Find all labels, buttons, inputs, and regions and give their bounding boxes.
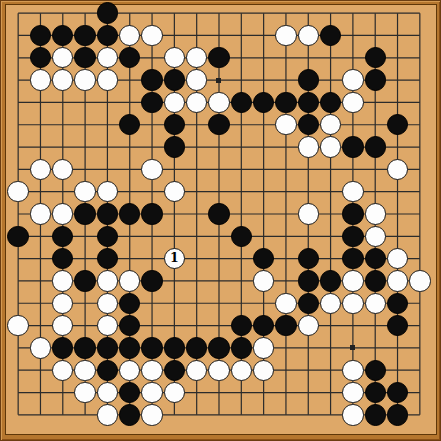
grid-point-19-10[interactable]: [409, 203, 431, 225]
grid-point-16-3[interactable]: [342, 47, 364, 69]
grid-point-7-3[interactable]: [141, 47, 163, 69]
grid-point-16-19[interactable]: [342, 404, 364, 426]
grid-point-8-6[interactable]: [163, 114, 185, 136]
grid-point-2-17[interactable]: [29, 359, 51, 381]
grid-point-5-9[interactable]: [96, 181, 118, 203]
grid-point-7-12[interactable]: [141, 247, 163, 269]
grid-point-7-10[interactable]: [141, 203, 163, 225]
grid-point-10-7[interactable]: [208, 136, 230, 158]
grid-point-13-17[interactable]: [275, 359, 297, 381]
grid-point-17-7[interactable]: [364, 136, 386, 158]
grid-point-11-6[interactable]: [230, 114, 252, 136]
grid-point-3-1[interactable]: [52, 2, 74, 24]
grid-point-2-14[interactable]: [29, 292, 51, 314]
grid-point-13-1[interactable]: [275, 2, 297, 24]
grid-point-4-5[interactable]: [74, 91, 96, 113]
grid-point-12-2[interactable]: [252, 24, 274, 46]
grid-point-19-18[interactable]: [409, 381, 431, 403]
grid-point-9-15[interactable]: [186, 314, 208, 336]
grid-point-17-15[interactable]: [364, 314, 386, 336]
grid-point-3-18[interactable]: [52, 381, 74, 403]
grid-point-9-5[interactable]: [186, 91, 208, 113]
grid-point-19-2[interactable]: [409, 24, 431, 46]
grid-point-9-10[interactable]: [186, 203, 208, 225]
grid-point-12-10[interactable]: [252, 203, 274, 225]
grid-point-8-12[interactable]: 1: [163, 247, 185, 269]
grid-point-11-14[interactable]: [230, 292, 252, 314]
grid-point-1-13[interactable]: [7, 270, 29, 292]
grid-point-19-6[interactable]: [409, 114, 431, 136]
grid-point-10-11[interactable]: [208, 225, 230, 247]
grid-point-6-14[interactable]: [119, 292, 141, 314]
grid-point-3-3[interactable]: [52, 47, 74, 69]
grid-point-14-7[interactable]: [297, 136, 319, 158]
grid-point-11-10[interactable]: [230, 203, 252, 225]
grid-point-3-7[interactable]: [52, 136, 74, 158]
grid-point-11-19[interactable]: [230, 404, 252, 426]
grid-point-19-16[interactable]: [409, 337, 431, 359]
grid-point-7-18[interactable]: [141, 381, 163, 403]
grid-point-9-16[interactable]: [186, 337, 208, 359]
grid-point-3-17[interactable]: [52, 359, 74, 381]
grid-point-6-11[interactable]: [119, 225, 141, 247]
grid-point-2-2[interactable]: [29, 24, 51, 46]
grid-point-4-14[interactable]: [74, 292, 96, 314]
grid-point-1-16[interactable]: [7, 337, 29, 359]
grid-point-15-12[interactable]: [319, 247, 341, 269]
grid-point-3-8[interactable]: [52, 158, 74, 180]
grid-point-8-14[interactable]: [163, 292, 185, 314]
grid-point-14-19[interactable]: [297, 404, 319, 426]
grid-point-6-7[interactable]: [119, 136, 141, 158]
grid-point-3-9[interactable]: [52, 181, 74, 203]
grid-point-13-9[interactable]: [275, 181, 297, 203]
grid-point-4-18[interactable]: [74, 381, 96, 403]
grid-point-5-19[interactable]: [96, 404, 118, 426]
grid-point-6-16[interactable]: [119, 337, 141, 359]
grid-point-3-11[interactable]: [52, 225, 74, 247]
grid-point-11-16[interactable]: [230, 337, 252, 359]
grid-point-15-4[interactable]: [319, 69, 341, 91]
grid-point-3-19[interactable]: [52, 404, 74, 426]
grid-point-12-13[interactable]: [252, 270, 274, 292]
grid-point-11-3[interactable]: [230, 47, 252, 69]
grid-point-11-11[interactable]: [230, 225, 252, 247]
grid-point-15-13[interactable]: [319, 270, 341, 292]
grid-point-15-16[interactable]: [319, 337, 341, 359]
grid-point-11-2[interactable]: [230, 24, 252, 46]
grid-point-5-16[interactable]: [96, 337, 118, 359]
grid-point-5-12[interactable]: [96, 247, 118, 269]
grid-point-16-6[interactable]: [342, 114, 364, 136]
grid-point-7-5[interactable]: [141, 91, 163, 113]
grid-point-10-6[interactable]: [208, 114, 230, 136]
grid-point-14-18[interactable]: [297, 381, 319, 403]
grid-point-10-10[interactable]: [208, 203, 230, 225]
grid-point-7-1[interactable]: [141, 2, 163, 24]
grid-point-15-9[interactable]: [319, 181, 341, 203]
grid-point-15-11[interactable]: [319, 225, 341, 247]
grid-point-13-4[interactable]: [275, 69, 297, 91]
grid-point-3-5[interactable]: [52, 91, 74, 113]
grid-point-8-5[interactable]: [163, 91, 185, 113]
grid-point-2-12[interactable]: [29, 247, 51, 269]
grid-point-19-17[interactable]: [409, 359, 431, 381]
grid-point-8-3[interactable]: [163, 47, 185, 69]
grid-point-12-16[interactable]: [252, 337, 274, 359]
grid-point-1-17[interactable]: [7, 359, 29, 381]
grid-point-1-12[interactable]: [7, 247, 29, 269]
grid-point-7-14[interactable]: [141, 292, 163, 314]
grid-point-1-14[interactable]: [7, 292, 29, 314]
grid-point-13-13[interactable]: [275, 270, 297, 292]
grid-point-18-2[interactable]: [386, 24, 408, 46]
grid-point-13-11[interactable]: [275, 225, 297, 247]
grid-point-11-9[interactable]: [230, 181, 252, 203]
grid-point-13-2[interactable]: [275, 24, 297, 46]
grid-point-16-2[interactable]: [342, 24, 364, 46]
grid-point-9-19[interactable]: [186, 404, 208, 426]
grid-point-12-6[interactable]: [252, 114, 274, 136]
grid-point-17-13[interactable]: [364, 270, 386, 292]
grid-point-15-2[interactable]: [319, 24, 341, 46]
grid-point-1-1[interactable]: [7, 2, 29, 24]
grid-point-18-9[interactable]: [386, 181, 408, 203]
grid-point-17-1[interactable]: [364, 2, 386, 24]
grid-point-4-12[interactable]: [74, 247, 96, 269]
grid-point-7-19[interactable]: [141, 404, 163, 426]
grid-point-16-10[interactable]: [342, 203, 364, 225]
grid-point-17-6[interactable]: [364, 114, 386, 136]
grid-point-4-15[interactable]: [74, 314, 96, 336]
grid-point-8-9[interactable]: [163, 181, 185, 203]
grid-point-5-5[interactable]: [96, 91, 118, 113]
grid-point-12-19[interactable]: [252, 404, 274, 426]
grid-point-6-2[interactable]: [119, 24, 141, 46]
grid-point-16-12[interactable]: [342, 247, 364, 269]
grid-point-9-11[interactable]: [186, 225, 208, 247]
grid-point-6-17[interactable]: [119, 359, 141, 381]
grid-point-19-9[interactable]: [409, 181, 431, 203]
grid-point-5-4[interactable]: [96, 69, 118, 91]
grid-point-13-5[interactable]: [275, 91, 297, 113]
grid-point-4-6[interactable]: [74, 114, 96, 136]
grid-point-7-15[interactable]: [141, 314, 163, 336]
grid-point-11-15[interactable]: [230, 314, 252, 336]
grid-point-18-7[interactable]: [386, 136, 408, 158]
grid-point-12-9[interactable]: [252, 181, 274, 203]
grid-point-14-13[interactable]: [297, 270, 319, 292]
grid-point-14-2[interactable]: [297, 24, 319, 46]
grid-point-12-12[interactable]: [252, 247, 274, 269]
grid-point-14-4[interactable]: [297, 69, 319, 91]
grid-point-7-8[interactable]: [141, 158, 163, 180]
grid-point-8-19[interactable]: [163, 404, 185, 426]
grid-point-6-18[interactable]: [119, 381, 141, 403]
grid-point-12-18[interactable]: [252, 381, 274, 403]
grid-point-10-16[interactable]: [208, 337, 230, 359]
grid-point-4-8[interactable]: [74, 158, 96, 180]
grid-point-9-9[interactable]: [186, 181, 208, 203]
grid-point-14-5[interactable]: [297, 91, 319, 113]
grid-point-16-15[interactable]: [342, 314, 364, 336]
grid-point-11-12[interactable]: [230, 247, 252, 269]
grid-point-7-4[interactable]: [141, 69, 163, 91]
grid-point-15-7[interactable]: [319, 136, 341, 158]
grid-point-3-6[interactable]: [52, 114, 74, 136]
grid-point-17-3[interactable]: [364, 47, 386, 69]
grid-point-8-16[interactable]: [163, 337, 185, 359]
grid-point-15-3[interactable]: [319, 47, 341, 69]
grid-point-7-13[interactable]: [141, 270, 163, 292]
grid-point-19-12[interactable]: [409, 247, 431, 269]
grid-point-5-18[interactable]: [96, 381, 118, 403]
grid-point-18-5[interactable]: [386, 91, 408, 113]
grid-point-6-13[interactable]: [119, 270, 141, 292]
grid-point-6-12[interactable]: [119, 247, 141, 269]
grid-point-14-17[interactable]: [297, 359, 319, 381]
grid-point-15-14[interactable]: [319, 292, 341, 314]
grid-point-13-6[interactable]: [275, 114, 297, 136]
grid-point-9-6[interactable]: [186, 114, 208, 136]
grid-point-14-8[interactable]: [297, 158, 319, 180]
grid-point-18-4[interactable]: [386, 69, 408, 91]
grid-point-19-7[interactable]: [409, 136, 431, 158]
grid-point-7-9[interactable]: [141, 181, 163, 203]
grid-point-8-18[interactable]: [163, 381, 185, 403]
grid-point-16-17[interactable]: [342, 359, 364, 381]
grid-point-18-8[interactable]: [386, 158, 408, 180]
grid-point-1-6[interactable]: [7, 114, 29, 136]
grid-point-10-18[interactable]: [208, 381, 230, 403]
grid-point-16-7[interactable]: [342, 136, 364, 158]
grid-point-11-5[interactable]: [230, 91, 252, 113]
grid-point-19-11[interactable]: [409, 225, 431, 247]
grid-point-12-11[interactable]: [252, 225, 274, 247]
grid-point-12-4[interactable]: [252, 69, 274, 91]
grid-point-15-10[interactable]: [319, 203, 341, 225]
grid-point-9-2[interactable]: [186, 24, 208, 46]
grid-point-17-9[interactable]: [364, 181, 386, 203]
grid-point-14-11[interactable]: [297, 225, 319, 247]
grid-point-12-1[interactable]: [252, 2, 274, 24]
grid-point-12-14[interactable]: [252, 292, 274, 314]
grid-point-10-15[interactable]: [208, 314, 230, 336]
grid-point-4-2[interactable]: [74, 24, 96, 46]
grid-point-19-15[interactable]: [409, 314, 431, 336]
grid-point-18-11[interactable]: [386, 225, 408, 247]
grid-point-10-14[interactable]: [208, 292, 230, 314]
grid-point-4-11[interactable]: [74, 225, 96, 247]
grid-point-3-2[interactable]: [52, 24, 74, 46]
grid-point-19-5[interactable]: [409, 91, 431, 113]
grid-point-2-8[interactable]: [29, 158, 51, 180]
grid-point-9-12[interactable]: [186, 247, 208, 269]
grid-point-14-12[interactable]: [297, 247, 319, 269]
grid-point-19-1[interactable]: [409, 2, 431, 24]
grid-point-17-10[interactable]: [364, 203, 386, 225]
grid-point-5-17[interactable]: [96, 359, 118, 381]
grid-point-10-5[interactable]: [208, 91, 230, 113]
grid-point-18-18[interactable]: [386, 381, 408, 403]
grid-point-7-11[interactable]: [141, 225, 163, 247]
grid-point-4-10[interactable]: [74, 203, 96, 225]
grid-point-18-12[interactable]: [386, 247, 408, 269]
grid-point-10-2[interactable]: [208, 24, 230, 46]
grid-point-5-13[interactable]: [96, 270, 118, 292]
grid-point-2-10[interactable]: [29, 203, 51, 225]
grid-point-4-19[interactable]: [74, 404, 96, 426]
grid-point-3-15[interactable]: [52, 314, 74, 336]
grid-point-15-8[interactable]: [319, 158, 341, 180]
grid-point-5-3[interactable]: [96, 47, 118, 69]
grid-point-5-1[interactable]: [96, 2, 118, 24]
grid-point-10-9[interactable]: [208, 181, 230, 203]
grid-point-4-13[interactable]: [74, 270, 96, 292]
grid-point-11-17[interactable]: [230, 359, 252, 381]
grid-point-4-16[interactable]: [74, 337, 96, 359]
grid-point-1-15[interactable]: [7, 314, 29, 336]
grid-point-1-9[interactable]: [7, 181, 29, 203]
grid-point-2-1[interactable]: [29, 2, 51, 24]
grid-point-2-11[interactable]: [29, 225, 51, 247]
grid-point-16-9[interactable]: [342, 181, 364, 203]
grid-point-11-1[interactable]: [230, 2, 252, 24]
grid-point-15-5[interactable]: [319, 91, 341, 113]
grid-point-19-4[interactable]: [409, 69, 431, 91]
grid-point-9-14[interactable]: [186, 292, 208, 314]
grid-point-14-9[interactable]: [297, 181, 319, 203]
grid-point-3-12[interactable]: [52, 247, 74, 269]
grid-point-18-14[interactable]: [386, 292, 408, 314]
grid-point-16-16[interactable]: [342, 337, 364, 359]
grid-point-17-4[interactable]: [364, 69, 386, 91]
grid-point-3-4[interactable]: [52, 69, 74, 91]
grid-point-2-19[interactable]: [29, 404, 51, 426]
grid-point-2-5[interactable]: [29, 91, 51, 113]
grid-point-11-8[interactable]: [230, 158, 252, 180]
grid-point-2-6[interactable]: [29, 114, 51, 136]
grid-point-9-8[interactable]: [186, 158, 208, 180]
grid-point-8-17[interactable]: [163, 359, 185, 381]
grid-point-10-13[interactable]: [208, 270, 230, 292]
grid-point-10-1[interactable]: [208, 2, 230, 24]
grid-point-6-5[interactable]: [119, 91, 141, 113]
grid-point-15-19[interactable]: [319, 404, 341, 426]
grid-point-9-3[interactable]: [186, 47, 208, 69]
grid-point-6-8[interactable]: [119, 158, 141, 180]
grid-point-6-3[interactable]: [119, 47, 141, 69]
grid-point-18-17[interactable]: [386, 359, 408, 381]
grid-point-8-2[interactable]: [163, 24, 185, 46]
grid-point-17-8[interactable]: [364, 158, 386, 180]
grid-point-12-17[interactable]: [252, 359, 274, 381]
grid-point-1-11[interactable]: [7, 225, 29, 247]
grid-point-19-14[interactable]: [409, 292, 431, 314]
grid-point-2-4[interactable]: [29, 69, 51, 91]
grid-point-17-14[interactable]: [364, 292, 386, 314]
grid-point-8-13[interactable]: [163, 270, 185, 292]
grid-point-13-8[interactable]: [275, 158, 297, 180]
grid-point-13-19[interactable]: [275, 404, 297, 426]
grid-point-6-19[interactable]: [119, 404, 141, 426]
grid-point-19-19[interactable]: [409, 404, 431, 426]
grid-point-18-19[interactable]: [386, 404, 408, 426]
grid-point-2-7[interactable]: [29, 136, 51, 158]
grid-point-15-15[interactable]: [319, 314, 341, 336]
grid-point-9-7[interactable]: [186, 136, 208, 158]
grid-point-13-7[interactable]: [275, 136, 297, 158]
grid-point-19-8[interactable]: [409, 158, 431, 180]
grid-point-3-14[interactable]: [52, 292, 74, 314]
grid-point-13-10[interactable]: [275, 203, 297, 225]
grid-point-8-4[interactable]: [163, 69, 185, 91]
grid-point-17-12[interactable]: [364, 247, 386, 269]
grid-point-15-18[interactable]: [319, 381, 341, 403]
grid-point-5-7[interactable]: [96, 136, 118, 158]
grid-point-17-18[interactable]: [364, 381, 386, 403]
grid-point-13-12[interactable]: [275, 247, 297, 269]
grid-point-14-6[interactable]: [297, 114, 319, 136]
grid-point-13-15[interactable]: [275, 314, 297, 336]
grid-point-12-5[interactable]: [252, 91, 274, 113]
grid-point-2-13[interactable]: [29, 270, 51, 292]
grid-point-8-8[interactable]: [163, 158, 185, 180]
grid-point-8-10[interactable]: [163, 203, 185, 225]
grid-point-4-9[interactable]: [74, 181, 96, 203]
grid-point-11-7[interactable]: [230, 136, 252, 158]
grid-point-18-3[interactable]: [386, 47, 408, 69]
grid-point-12-8[interactable]: [252, 158, 274, 180]
grid-point-10-19[interactable]: [208, 404, 230, 426]
grid-point-14-3[interactable]: [297, 47, 319, 69]
grid-point-16-8[interactable]: [342, 158, 364, 180]
grid-point-2-15[interactable]: [29, 314, 51, 336]
grid-point-1-19[interactable]: [7, 404, 29, 426]
grid-point-6-9[interactable]: [119, 181, 141, 203]
grid-point-7-16[interactable]: [141, 337, 163, 359]
grid-point-16-5[interactable]: [342, 91, 364, 113]
grid-point-1-10[interactable]: [7, 203, 29, 225]
grid-point-7-6[interactable]: [141, 114, 163, 136]
grid-point-1-5[interactable]: [7, 91, 29, 113]
grid-point-3-13[interactable]: [52, 270, 74, 292]
grid-point-17-19[interactable]: [364, 404, 386, 426]
grid-point-15-6[interactable]: [319, 114, 341, 136]
grid-point-12-7[interactable]: [252, 136, 274, 158]
grid-point-3-16[interactable]: [52, 337, 74, 359]
grid-point-6-1[interactable]: [119, 2, 141, 24]
grid-point-16-13[interactable]: [342, 270, 364, 292]
grid-point-8-7[interactable]: [163, 136, 185, 158]
grid-point-4-7[interactable]: [74, 136, 96, 158]
grid-point-2-9[interactable]: [29, 181, 51, 203]
grid-point-6-15[interactable]: [119, 314, 141, 336]
grid-point-2-3[interactable]: [29, 47, 51, 69]
grid-point-7-7[interactable]: [141, 136, 163, 158]
grid-point-1-7[interactable]: [7, 136, 29, 158]
grid-point-5-8[interactable]: [96, 158, 118, 180]
grid-point-16-18[interactable]: [342, 381, 364, 403]
grid-point-19-3[interactable]: [409, 47, 431, 69]
grid-point-13-16[interactable]: [275, 337, 297, 359]
grid-point-6-4[interactable]: [119, 69, 141, 91]
grid-point-18-10[interactable]: [386, 203, 408, 225]
grid-point-10-17[interactable]: [208, 359, 230, 381]
grid-point-3-10[interactable]: [52, 203, 74, 225]
grid-point-17-17[interactable]: [364, 359, 386, 381]
grid-point-9-13[interactable]: [186, 270, 208, 292]
